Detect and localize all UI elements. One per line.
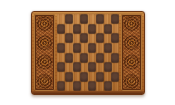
square-r7c2[interactable] bbox=[65, 72, 73, 81]
photo-background bbox=[0, 0, 175, 105]
square-r1c4[interactable] bbox=[80, 14, 88, 23]
square-r7c7[interactable] bbox=[104, 72, 112, 82]
square-r4c1[interactable] bbox=[57, 43, 65, 52]
square-r5c7[interactable] bbox=[104, 53, 112, 63]
square-r5c3[interactable] bbox=[73, 53, 81, 63]
square-r2c8[interactable] bbox=[111, 24, 119, 34]
square-r7c3[interactable] bbox=[73, 72, 81, 82]
square-r3c1[interactable] bbox=[57, 33, 65, 43]
square-r7c4[interactable] bbox=[80, 72, 88, 81]
carved-floral-panel-right bbox=[121, 14, 142, 91]
square-r4c5[interactable] bbox=[88, 43, 96, 52]
square-r1c7[interactable] bbox=[104, 14, 112, 24]
square-r2c7[interactable] bbox=[104, 24, 112, 33]
square-r3c7[interactable] bbox=[104, 33, 112, 43]
carved-floral-panel-left bbox=[34, 14, 55, 91]
square-r4c4[interactable] bbox=[80, 43, 88, 53]
square-r5c8[interactable] bbox=[111, 53, 119, 62]
square-r6c2[interactable] bbox=[65, 62, 73, 72]
square-r1c8[interactable] bbox=[111, 14, 119, 23]
square-r8c5[interactable] bbox=[88, 82, 96, 91]
square-r7c6[interactable] bbox=[96, 72, 104, 81]
square-r1c6[interactable] bbox=[96, 14, 104, 23]
checkerboard-grid bbox=[57, 14, 119, 91]
square-r4c8[interactable] bbox=[111, 43, 119, 53]
square-r5c1[interactable] bbox=[57, 53, 65, 63]
square-r1c3[interactable] bbox=[73, 14, 81, 24]
square-r6c4[interactable] bbox=[80, 62, 88, 72]
square-r3c5[interactable] bbox=[88, 33, 96, 43]
square-r5c5[interactable] bbox=[88, 53, 96, 63]
square-r4c3[interactable] bbox=[73, 43, 81, 52]
square-r7c5[interactable] bbox=[88, 72, 96, 82]
square-r2c5[interactable] bbox=[88, 24, 96, 33]
carved-wooden-board bbox=[31, 11, 145, 95]
square-r6c1[interactable] bbox=[57, 62, 65, 71]
square-r5c6[interactable] bbox=[96, 53, 104, 62]
square-r4c6[interactable] bbox=[96, 43, 104, 53]
square-r3c8[interactable] bbox=[111, 33, 119, 42]
square-r5c2[interactable] bbox=[65, 53, 73, 62]
square-r5c4[interactable] bbox=[80, 53, 88, 62]
square-r1c1[interactable] bbox=[57, 14, 65, 24]
square-r3c3[interactable] bbox=[73, 33, 81, 43]
square-r8c1[interactable] bbox=[57, 82, 65, 91]
square-r6c6[interactable] bbox=[96, 62, 104, 72]
board-bottom-edge bbox=[32, 91, 144, 94]
square-r8c2[interactable] bbox=[65, 81, 73, 91]
square-r4c7[interactable] bbox=[104, 43, 112, 52]
square-r8c8[interactable] bbox=[111, 81, 119, 91]
square-r3c2[interactable] bbox=[65, 33, 73, 42]
square-r1c5[interactable] bbox=[88, 14, 96, 24]
square-r8c6[interactable] bbox=[96, 81, 104, 91]
square-r6c7[interactable] bbox=[104, 62, 112, 71]
square-r8c4[interactable] bbox=[80, 81, 88, 91]
square-r1c2[interactable] bbox=[65, 14, 73, 23]
square-r7c1[interactable] bbox=[57, 72, 65, 82]
square-r2c1[interactable] bbox=[57, 24, 65, 33]
square-r2c2[interactable] bbox=[65, 24, 73, 34]
square-r2c6[interactable] bbox=[96, 24, 104, 34]
square-r6c8[interactable] bbox=[111, 62, 119, 72]
square-r3c4[interactable] bbox=[80, 33, 88, 42]
square-r8c7[interactable] bbox=[104, 82, 112, 91]
square-r3c6[interactable] bbox=[96, 33, 104, 42]
square-r6c5[interactable] bbox=[88, 62, 96, 71]
square-r2c4[interactable] bbox=[80, 24, 88, 34]
square-r7c8[interactable] bbox=[111, 72, 119, 81]
square-r6c3[interactable] bbox=[73, 62, 81, 71]
square-r4c2[interactable] bbox=[65, 43, 73, 53]
square-r8c3[interactable] bbox=[73, 82, 81, 91]
square-r2c3[interactable] bbox=[73, 24, 81, 33]
